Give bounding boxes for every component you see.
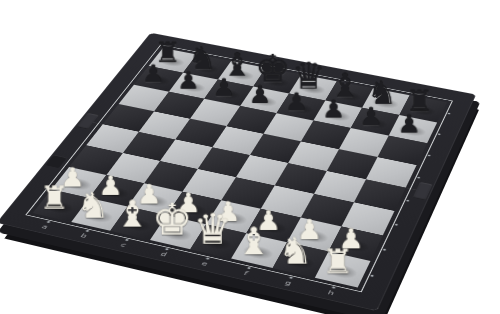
black-pawn[interactable]: ♟ — [169, 69, 207, 93]
board-grid: ♜♞♝♚♛♝♞♜♟♟♟♟♟♟♟♟♟♟♟♟♟♟♟♟♜♞♝♚♛♝♞♜ — [33, 48, 447, 288]
square-h1[interactable]: ♜ — [315, 251, 371, 287]
black-pawn[interactable]: ♟ — [277, 90, 316, 115]
black-pawn[interactable]: ♟ — [134, 62, 172, 86]
chess-board-frame: ♜♞♝♚♛♝♞♜♟♟♟♟♟♟♟♟♟♟♟♟♟♟♟♟♜♞♝♚♛♝♞♜ abcdefg… — [0, 33, 476, 311]
black-pawn[interactable]: ♟ — [205, 76, 243, 100]
file-label-c: c — [101, 237, 145, 252]
white-knight[interactable]: ♞ — [72, 187, 115, 223]
scene: ♜♞♝♚♛♝♞♜♟♟♟♟♟♟♟♟♟♟♟♟♟♟♟♟♜♞♝♚♛♝♞♜ abcdefg… — [0, 0, 500, 314]
white-rook[interactable]: ♜ — [316, 245, 361, 279]
white-bishop[interactable]: ♝ — [111, 195, 154, 232]
file-label-g: g — [265, 275, 311, 291]
white-knight[interactable]: ♞ — [273, 232, 317, 269]
white-bishop[interactable]: ♝ — [232, 222, 276, 260]
hinge-icon — [76, 113, 98, 129]
white-king[interactable]: ♚ — [151, 197, 194, 241]
black-pawn[interactable]: ♟ — [389, 112, 429, 137]
black-pawn[interactable]: ♟ — [351, 104, 390, 129]
black-pawn[interactable]: ♟ — [314, 97, 353, 122]
white-rook[interactable]: ♜ — [33, 182, 76, 214]
black-pawn[interactable]: ♟ — [241, 83, 280, 107]
board-3d-wrapper: ♜♞♝♚♛♝♞♜♟♟♟♟♟♟♟♟♟♟♟♟♟♟♟♟♜♞♝♚♛♝♞♜ abcdefg… — [0, 33, 476, 311]
white-queen[interactable]: ♛ — [191, 208, 235, 250]
